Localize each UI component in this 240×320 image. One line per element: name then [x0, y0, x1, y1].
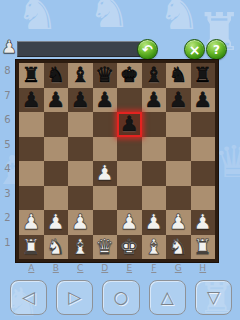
file-label-b: B	[44, 263, 69, 273]
square-c2[interactable]: ♟	[68, 210, 93, 235]
square-c3[interactable]	[68, 186, 93, 211]
nav-up-button[interactable]: △	[149, 280, 186, 315]
white-pawn: ♟	[22, 210, 41, 234]
rank-label-8: 8	[0, 63, 15, 88]
nav-right-button[interactable]: ▷	[56, 280, 93, 315]
right-icon: ▷	[68, 289, 81, 306]
square-e4[interactable]	[117, 161, 142, 186]
rank-labels: 87654321	[0, 63, 15, 259]
black-king: ♚	[120, 63, 139, 87]
square-d8[interactable]: ♛	[93, 63, 118, 88]
square-h5[interactable]	[191, 137, 216, 162]
square-b2[interactable]: ♟	[44, 210, 69, 235]
black-pawn: ♟	[71, 88, 90, 112]
file-label-c: C	[68, 263, 93, 273]
nav-buttons: ◁▷○△▽	[10, 280, 232, 315]
file-label-f: F	[142, 263, 167, 273]
file-labels: ABCDEFGH	[19, 263, 215, 273]
square-b1[interactable]: ♞	[44, 235, 69, 260]
help-button[interactable]: ?	[206, 39, 227, 60]
move-input[interactable]	[17, 41, 144, 57]
file-label-g: G	[166, 263, 191, 273]
square-e1[interactable]: ♚	[117, 235, 142, 260]
square-a6[interactable]	[19, 112, 44, 137]
white-rook: ♜	[22, 235, 41, 259]
square-g7[interactable]: ♟	[166, 88, 191, 113]
square-d1[interactable]: ♛	[93, 235, 118, 260]
square-e6[interactable]: ♟	[117, 112, 142, 137]
up-icon: △	[161, 289, 174, 306]
undo-icon: ↶	[142, 42, 153, 57]
rank-label-1: 1	[0, 235, 15, 260]
square-c1[interactable]: ♝	[68, 235, 93, 260]
rank-label-7: 7	[0, 88, 15, 113]
square-c8[interactable]: ♝	[68, 63, 93, 88]
knight-watermark-icon: ♞	[158, 0, 201, 36]
undo-button[interactable]: ↶	[137, 39, 158, 60]
white-knight: ♞	[46, 235, 65, 259]
rank-label-2: 2	[0, 210, 15, 235]
square-e5[interactable]	[117, 137, 142, 162]
square-f1[interactable]: ♝	[142, 235, 167, 260]
square-c7[interactable]: ♟	[68, 88, 93, 113]
square-g8[interactable]: ♞	[166, 63, 191, 88]
square-a8[interactable]: ♜	[19, 63, 44, 88]
square-d6[interactable]	[93, 112, 118, 137]
square-b8[interactable]: ♞	[44, 63, 69, 88]
left-icon: ◁	[22, 289, 35, 306]
square-a4[interactable]	[19, 161, 44, 186]
nav-left-button[interactable]: ◁	[10, 280, 47, 315]
square-b4[interactable]	[44, 161, 69, 186]
square-a7[interactable]: ♟	[19, 88, 44, 113]
black-knight: ♞	[46, 63, 65, 87]
white-pawn: ♟	[95, 161, 114, 185]
black-bishop: ♝	[71, 63, 90, 87]
white-pawn: ♟	[120, 210, 139, 234]
square-c6[interactable]	[68, 112, 93, 137]
white-queen: ♛	[95, 235, 114, 259]
turn-indicator-pawn-icon: ♟	[1, 38, 17, 56]
down-icon: ▽	[207, 289, 220, 306]
square-g1[interactable]: ♞	[166, 235, 191, 260]
close-icon: ×	[189, 43, 201, 57]
square-d4[interactable]: ♟	[93, 161, 118, 186]
square-d3[interactable]	[93, 186, 118, 211]
black-rook: ♜	[193, 63, 212, 87]
black-rook: ♜	[22, 63, 41, 87]
square-e7[interactable]	[117, 88, 142, 113]
square-g3[interactable]	[166, 186, 191, 211]
square-b6[interactable]	[44, 112, 69, 137]
select-icon: ○	[114, 289, 129, 306]
black-pawn: ♟	[169, 88, 188, 112]
rank-label-5: 5	[0, 137, 15, 162]
black-knight: ♞	[169, 63, 188, 87]
square-a5[interactable]	[19, 137, 44, 162]
white-bishop: ♝	[144, 235, 163, 259]
black-pawn: ♟	[46, 88, 65, 112]
square-h1[interactable]: ♜	[191, 235, 216, 260]
square-c4[interactable]	[68, 161, 93, 186]
knight-watermark-icon: ♞	[88, 0, 131, 34]
black-bishop: ♝	[144, 63, 163, 87]
square-f7[interactable]: ♟	[142, 88, 167, 113]
square-b3[interactable]	[44, 186, 69, 211]
square-d7[interactable]: ♟	[93, 88, 118, 113]
white-pawn: ♟	[193, 210, 212, 234]
square-a1[interactable]: ♜	[19, 235, 44, 260]
file-label-a: A	[19, 263, 44, 273]
white-pawn: ♟	[46, 210, 65, 234]
square-f5[interactable]	[142, 137, 167, 162]
file-label-e: E	[117, 263, 142, 273]
square-h6[interactable]	[191, 112, 216, 137]
rank-label-6: 6	[0, 112, 15, 137]
nav-down-button[interactable]: ▽	[195, 280, 232, 315]
close-button[interactable]: ×	[184, 39, 205, 60]
square-e3[interactable]	[117, 186, 142, 211]
square-b7[interactable]: ♟	[44, 88, 69, 113]
square-f6[interactable]	[142, 112, 167, 137]
square-h3[interactable]	[191, 186, 216, 211]
square-e2[interactable]: ♟	[117, 210, 142, 235]
square-f4[interactable]	[142, 161, 167, 186]
square-h8[interactable]: ♜	[191, 63, 216, 88]
file-label-h: H	[191, 263, 216, 273]
white-bishop: ♝	[71, 235, 90, 259]
file-label-d: D	[93, 263, 118, 273]
black-pawn: ♟	[95, 88, 114, 112]
square-g6[interactable]	[166, 112, 191, 137]
black-pawn: ♟	[22, 88, 41, 112]
chess-board: ♜♞♝♛♚♝♞♜♟♟♟♟♟♟♟♟♟♟♟♟♟♟♟♟♜♞♝♛♚♝♞♜	[16, 60, 218, 262]
black-pawn: ♟	[144, 88, 163, 112]
white-pawn: ♟	[144, 210, 163, 234]
black-pawn: ♟	[120, 112, 139, 136]
square-d5[interactable]	[93, 137, 118, 162]
white-rook: ♜	[193, 235, 212, 259]
black-queen: ♛	[95, 63, 114, 87]
square-f8[interactable]: ♝	[142, 63, 167, 88]
square-a2[interactable]: ♟	[19, 210, 44, 235]
square-g2[interactable]: ♟	[166, 210, 191, 235]
square-c5[interactable]	[68, 137, 93, 162]
square-h4[interactable]	[191, 161, 216, 186]
square-e8[interactable]: ♚	[117, 63, 142, 88]
white-pawn: ♟	[169, 210, 188, 234]
square-b5[interactable]	[44, 137, 69, 162]
white-king: ♚	[120, 235, 139, 259]
square-d2[interactable]	[93, 210, 118, 235]
knight-watermark-icon: ♞	[16, 0, 59, 36]
square-g4[interactable]	[166, 161, 191, 186]
white-pawn: ♟	[71, 210, 90, 234]
nav-select-button[interactable]: ○	[102, 280, 139, 315]
rank-label-4: 4	[0, 161, 15, 186]
square-f3[interactable]	[142, 186, 167, 211]
square-g5[interactable]	[166, 137, 191, 162]
rank-label-3: 3	[0, 186, 15, 211]
square-a3[interactable]	[19, 186, 44, 211]
square-h7[interactable]: ♟	[191, 88, 216, 113]
square-f2[interactable]: ♟	[142, 210, 167, 235]
black-pawn: ♟	[193, 88, 212, 112]
help-icon: ?	[213, 43, 220, 57]
square-h2[interactable]: ♟	[191, 210, 216, 235]
white-knight: ♞	[169, 235, 188, 259]
